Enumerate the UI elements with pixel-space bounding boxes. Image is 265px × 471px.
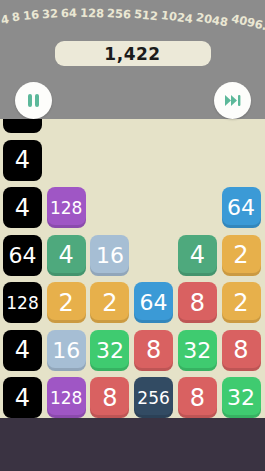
header: 248163264128256512102420484096… 1,422 (0, 0, 265, 119)
number-sequence: 248163264128256512102420484096… (0, 6, 265, 20)
score-box: 1,422 (55, 41, 211, 66)
tile-8: 8 (90, 377, 129, 418)
pause-button[interactable] (15, 82, 52, 119)
tile-64: 64 (3, 235, 42, 276)
sequence-number: 1024 (160, 8, 194, 26)
sequence-number: 4096… (230, 11, 265, 34)
tile-2: 2 (222, 282, 261, 323)
tile-16: 16 (90, 235, 129, 276)
sequence-number: 16 (23, 7, 40, 23)
tile-4: 4 (3, 330, 42, 371)
tile-16: 16 (47, 330, 86, 371)
fast-forward-button[interactable] (214, 82, 251, 119)
tile-128: 128 (3, 282, 42, 323)
fast-forward-icon (225, 95, 241, 106)
board[interactable]: 4412864644164212822648241632832841288256… (0, 119, 265, 418)
tile-8: 8 (178, 377, 217, 418)
sequence-number: 32 (42, 6, 59, 21)
sequence-number: 8 (11, 9, 21, 24)
tile-4: 4 (178, 235, 217, 276)
tile-32: 32 (178, 330, 217, 371)
tile-8: 8 (222, 330, 261, 371)
sequence-number: 256 (107, 6, 132, 21)
tile-8: 8 (134, 330, 173, 371)
sequence-number: 2048 (195, 10, 229, 30)
tile-64: 64 (134, 282, 173, 323)
tile-256: 256 (134, 377, 173, 418)
tile-2: 2 (222, 235, 261, 276)
sequence-number: 4 (0, 12, 10, 27)
pause-icon (28, 94, 39, 107)
tile-32: 32 (90, 330, 129, 371)
tile-partial (3, 119, 42, 133)
tile-2: 2 (90, 282, 129, 323)
tile-4: 4 (3, 187, 42, 228)
bottom-bar (0, 418, 265, 471)
tile-8: 8 (178, 282, 217, 323)
tile-128: 128 (47, 187, 86, 228)
tile-128: 128 (47, 377, 86, 418)
game-screen: 248163264128256512102420484096… 1,422 44… (0, 0, 265, 471)
tile-4: 4 (47, 235, 86, 276)
sequence-number: 512 (134, 7, 159, 23)
tile-2: 2 (47, 282, 86, 323)
tile-4: 4 (3, 140, 42, 181)
sequence-number: 64 (61, 6, 77, 20)
tile-4: 4 (3, 377, 42, 418)
tile-32: 32 (222, 377, 261, 418)
score-value: 1,422 (104, 44, 160, 64)
tile-64: 64 (222, 187, 261, 228)
sequence-number: 128 (80, 6, 104, 20)
